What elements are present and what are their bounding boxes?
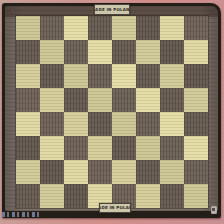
square-d7[interactable] [88, 40, 112, 64]
square-d8[interactable] [88, 16, 112, 40]
square-h2[interactable] [184, 160, 208, 184]
square-g7[interactable] [160, 40, 184, 64]
square-b6[interactable] [40, 64, 64, 88]
square-e6[interactable] [112, 64, 136, 88]
square-e2[interactable] [112, 160, 136, 184]
square-b7[interactable] [40, 40, 64, 64]
square-e5[interactable] [112, 88, 136, 112]
square-c1[interactable] [64, 184, 88, 208]
square-a1[interactable] [16, 184, 40, 208]
square-h1[interactable] [184, 184, 208, 208]
square-d5[interactable] [88, 88, 112, 112]
square-f5[interactable] [136, 88, 160, 112]
square-c6[interactable] [64, 64, 88, 88]
square-g3[interactable] [160, 136, 184, 160]
square-c8[interactable] [64, 16, 88, 40]
square-a4[interactable] [16, 112, 40, 136]
square-d3[interactable] [88, 136, 112, 160]
corner-tag [211, 206, 217, 214]
square-g1[interactable] [160, 184, 184, 208]
square-f8[interactable] [136, 16, 160, 40]
square-e8[interactable] [112, 16, 136, 40]
square-g2[interactable] [160, 160, 184, 184]
square-c2[interactable] [64, 160, 88, 184]
square-d4[interactable] [88, 112, 112, 136]
square-c7[interactable] [64, 40, 88, 64]
square-c4[interactable] [64, 112, 88, 136]
square-a8[interactable] [16, 16, 40, 40]
bottom-plaque-label: MADE IN POLAND [99, 206, 131, 210]
square-f4[interactable] [136, 112, 160, 136]
square-d2[interactable] [88, 160, 112, 184]
square-a6[interactable] [16, 64, 40, 88]
square-f1[interactable] [136, 184, 160, 208]
square-f3[interactable] [136, 136, 160, 160]
bottom-plaque: MADE IN POLAND [99, 203, 131, 213]
chessboard-photo: MADE IN POLAND MADE IN POLAND [0, 0, 224, 224]
square-h3[interactable] [184, 136, 208, 160]
square-b5[interactable] [40, 88, 64, 112]
square-h8[interactable] [184, 16, 208, 40]
square-f7[interactable] [136, 40, 160, 64]
square-b4[interactable] [40, 112, 64, 136]
square-a2[interactable] [16, 160, 40, 184]
square-e4[interactable] [112, 112, 136, 136]
square-b2[interactable] [40, 160, 64, 184]
square-e7[interactable] [112, 40, 136, 64]
square-e3[interactable] [112, 136, 136, 160]
square-g8[interactable] [160, 16, 184, 40]
square-f6[interactable] [136, 64, 160, 88]
square-a3[interactable] [16, 136, 40, 160]
square-d6[interactable] [88, 64, 112, 88]
top-plaque-label: MADE IN POLAND [94, 8, 130, 12]
square-h4[interactable] [184, 112, 208, 136]
square-h7[interactable] [184, 40, 208, 64]
square-c5[interactable] [64, 88, 88, 112]
square-h5[interactable] [184, 88, 208, 112]
square-a7[interactable] [16, 40, 40, 64]
board-grid [16, 16, 208, 208]
square-h6[interactable] [184, 64, 208, 88]
top-plaque: MADE IN POLAND [94, 4, 130, 15]
watermark [2, 212, 42, 217]
square-c3[interactable] [64, 136, 88, 160]
square-b3[interactable] [40, 136, 64, 160]
square-g6[interactable] [160, 64, 184, 88]
square-g4[interactable] [160, 112, 184, 136]
square-b1[interactable] [40, 184, 64, 208]
square-a5[interactable] [16, 88, 40, 112]
square-g5[interactable] [160, 88, 184, 112]
square-f2[interactable] [136, 160, 160, 184]
square-b8[interactable] [40, 16, 64, 40]
